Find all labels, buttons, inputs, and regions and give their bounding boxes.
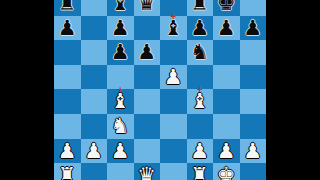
square-e7[interactable]: ♝+ <box>160 16 187 41</box>
square-a8[interactable]: ♜ <box>54 0 81 16</box>
square-g8[interactable]: ♚ <box>213 0 240 16</box>
square-a7[interactable]: ♟ <box>54 16 81 41</box>
white-pawn-h2: ♟ <box>240 139 267 164</box>
square-f1[interactable]: ♜ <box>187 163 214 180</box>
square-c7[interactable]: ♟ <box>107 16 134 41</box>
square-h6[interactable] <box>240 40 267 65</box>
square-d5[interactable] <box>134 65 161 90</box>
black-pawn-a7: ♟ <box>54 16 81 41</box>
white-knight-c3: ♞ <box>107 114 134 139</box>
white-pawn-b2: ♟ <box>81 139 108 164</box>
square-g7[interactable]: ♟ <box>213 16 240 41</box>
white-pawn-a2: ♟ <box>54 139 81 164</box>
square-b5[interactable] <box>81 65 108 90</box>
black-bishop-c8: ♝+ <box>107 0 134 16</box>
square-h7[interactable]: ♟ <box>240 16 267 41</box>
square-f3[interactable] <box>187 114 214 139</box>
square-e3[interactable] <box>160 114 187 139</box>
white-rook-a1: ♜ <box>54 163 81 180</box>
white-pawn-e5: ♟ <box>160 65 187 90</box>
white-pawn-f2: ♟ <box>187 139 214 164</box>
square-c8[interactable]: ♝+ <box>107 0 134 16</box>
square-h2[interactable]: ♟ <box>240 139 267 164</box>
square-h1[interactable] <box>240 163 267 180</box>
square-d7[interactable] <box>134 16 161 41</box>
square-h8[interactable] <box>240 0 267 16</box>
square-a1[interactable]: ♜ <box>54 163 81 180</box>
chess-board: ♜♝+♛♜♚♟♟♝+♟♟♟♟♟♞♟♝+♝+♞♟♟♟♟♟♟♜♛♜♚ <box>54 0 266 180</box>
square-e4[interactable] <box>160 89 187 114</box>
square-b8[interactable] <box>81 0 108 16</box>
bishop-cross-icon: + <box>197 85 202 94</box>
square-d6[interactable]: ♟ <box>134 40 161 65</box>
square-f8[interactable]: ♜ <box>187 0 214 16</box>
square-b6[interactable] <box>81 40 108 65</box>
square-a2[interactable]: ♟ <box>54 139 81 164</box>
white-king-g1: ♚ <box>213 163 240 180</box>
square-b7[interactable] <box>81 16 108 41</box>
white-bishop-f4: ♝+ <box>187 89 214 114</box>
black-pawn-c6: ♟ <box>107 40 134 65</box>
square-d2[interactable] <box>134 139 161 164</box>
black-rook-f8: ♜ <box>187 0 214 16</box>
square-g1[interactable]: ♚ <box>213 163 240 180</box>
white-pawn-g2: ♟ <box>213 139 240 164</box>
bishop-cross-icon: + <box>118 85 123 94</box>
bishop-cross-icon: + <box>171 12 176 21</box>
square-b3[interactable] <box>81 114 108 139</box>
black-queen-d8: ♛ <box>134 0 161 16</box>
square-g5[interactable] <box>213 65 240 90</box>
square-b1[interactable] <box>81 163 108 180</box>
black-knight-f6: ♞ <box>187 40 214 65</box>
white-pawn-c2: ♟ <box>107 139 134 164</box>
black-pawn-h7: ♟ <box>240 16 267 41</box>
square-g2[interactable]: ♟ <box>213 139 240 164</box>
square-d1[interactable]: ♛ <box>134 163 161 180</box>
white-rook-f1: ♜ <box>187 163 214 180</box>
square-d3[interactable] <box>134 114 161 139</box>
square-e1[interactable] <box>160 163 187 180</box>
white-queen-d1: ♛ <box>134 163 161 180</box>
square-f2[interactable]: ♟ <box>187 139 214 164</box>
square-c2[interactable]: ♟ <box>107 139 134 164</box>
black-rook-a8: ♜ <box>54 0 81 16</box>
square-d4[interactable] <box>134 89 161 114</box>
black-pawn-g7: ♟ <box>213 16 240 41</box>
black-pawn-f7: ♟ <box>187 16 214 41</box>
square-g4[interactable] <box>213 89 240 114</box>
square-d8[interactable]: ♛ <box>134 0 161 16</box>
video-frame: ♜♝+♛♜♚♟♟♝+♟♟♟♟♟♞♟♝+♝+♞♟♟♟♟♟♟♜♛♜♚ <box>0 0 320 180</box>
white-bishop-c4: ♝+ <box>107 89 134 114</box>
square-b4[interactable] <box>81 89 108 114</box>
black-pawn-d6: ♟ <box>134 40 161 65</box>
square-f4[interactable]: ♝+ <box>187 89 214 114</box>
square-h4[interactable] <box>240 89 267 114</box>
square-h3[interactable] <box>240 114 267 139</box>
black-pawn-c7: ♟ <box>107 16 134 41</box>
square-c6[interactable]: ♟ <box>107 40 134 65</box>
square-c4[interactable]: ♝+ <box>107 89 134 114</box>
square-g3[interactable] <box>213 114 240 139</box>
square-g6[interactable] <box>213 40 240 65</box>
square-e6[interactable] <box>160 40 187 65</box>
square-c3[interactable]: ♞ <box>107 114 134 139</box>
square-f7[interactable]: ♟ <box>187 16 214 41</box>
square-a3[interactable] <box>54 114 81 139</box>
black-king-g8: ♚ <box>213 0 240 16</box>
square-a4[interactable] <box>54 89 81 114</box>
square-b2[interactable]: ♟ <box>81 139 108 164</box>
black-bishop-e7: ♝+ <box>160 16 187 41</box>
square-e2[interactable] <box>160 139 187 164</box>
square-e5[interactable]: ♟ <box>160 65 187 90</box>
square-a6[interactable] <box>54 40 81 65</box>
square-c1[interactable] <box>107 163 134 180</box>
square-a5[interactable] <box>54 65 81 90</box>
square-f6[interactable]: ♞ <box>187 40 214 65</box>
square-h5[interactable] <box>240 65 267 90</box>
